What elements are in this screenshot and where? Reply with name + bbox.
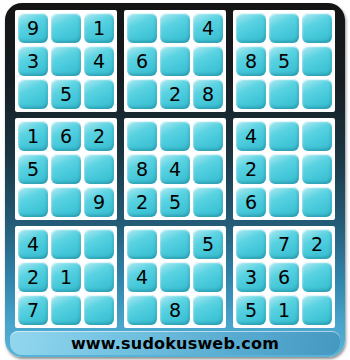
cell-r9c5[interactable]: 8 — [160, 295, 190, 325]
box-1-1: 91345 — [15, 10, 117, 112]
cell-r9c9[interactable] — [302, 295, 332, 325]
cell-r2c7[interactable]: 8 — [236, 46, 266, 76]
cell-r4c8[interactable] — [269, 121, 299, 151]
cell-r1c9[interactable] — [302, 13, 332, 43]
cell-r5c8[interactable] — [269, 154, 299, 184]
cell-r8c6[interactable] — [193, 262, 223, 292]
sudoku-board: 913454628851625984254264217548723651 — [5, 3, 345, 328]
cell-r5c1[interactable]: 5 — [18, 154, 48, 184]
cell-r5c7[interactable]: 2 — [236, 154, 266, 184]
cell-r5c3[interactable] — [84, 154, 114, 184]
cell-r8c7[interactable]: 3 — [236, 262, 266, 292]
cell-r8c4[interactable]: 4 — [127, 262, 157, 292]
cell-r1c4[interactable] — [127, 13, 157, 43]
cell-r6c1[interactable] — [18, 187, 48, 217]
cell-r8c1[interactable]: 2 — [18, 262, 48, 292]
cell-r6c9[interactable] — [302, 187, 332, 217]
cell-r1c7[interactable] — [236, 13, 266, 43]
cell-r1c6[interactable]: 4 — [193, 13, 223, 43]
box-3-1: 4217 — [15, 226, 117, 328]
cell-r6c8[interactable] — [269, 187, 299, 217]
cell-r3c7[interactable] — [236, 79, 266, 109]
box-2-1: 16259 — [15, 118, 117, 220]
cell-r7c1[interactable]: 4 — [18, 229, 48, 259]
cell-r3c9[interactable] — [302, 79, 332, 109]
cell-r2c5[interactable] — [160, 46, 190, 76]
cell-r2c1[interactable]: 3 — [18, 46, 48, 76]
cell-r7c8[interactable]: 7 — [269, 229, 299, 259]
cell-r2c6[interactable] — [193, 46, 223, 76]
box-3-3: 723651 — [233, 226, 335, 328]
cell-r7c9[interactable]: 2 — [302, 229, 332, 259]
footer-url[interactable]: www.sudokusweb.com — [71, 334, 279, 353]
cell-r4c5[interactable] — [160, 121, 190, 151]
cell-r3c2[interactable]: 5 — [51, 79, 81, 109]
box-2-2: 8425 — [124, 118, 226, 220]
cell-r1c2[interactable] — [51, 13, 81, 43]
cell-r1c5[interactable] — [160, 13, 190, 43]
cell-r1c1[interactable]: 9 — [18, 13, 48, 43]
cell-r6c3[interactable]: 9 — [84, 187, 114, 217]
cell-r9c4[interactable] — [127, 295, 157, 325]
cell-r7c5[interactable] — [160, 229, 190, 259]
cell-r9c6[interactable] — [193, 295, 223, 325]
box-1-2: 4628 — [124, 10, 226, 112]
cell-r8c8[interactable]: 6 — [269, 262, 299, 292]
page: 913454628851625984254264217548723651 www… — [0, 0, 350, 360]
cell-r8c2[interactable]: 1 — [51, 262, 81, 292]
cell-r2c3[interactable]: 4 — [84, 46, 114, 76]
cell-r9c8[interactable]: 1 — [269, 295, 299, 325]
cell-r3c5[interactable]: 2 — [160, 79, 190, 109]
cell-r1c8[interactable] — [269, 13, 299, 43]
cell-r3c6[interactable]: 8 — [193, 79, 223, 109]
cell-r6c2[interactable] — [51, 187, 81, 217]
box-3-2: 548 — [124, 226, 226, 328]
cell-r4c3[interactable]: 2 — [84, 121, 114, 151]
cell-r2c2[interactable] — [51, 46, 81, 76]
cell-r3c1[interactable] — [18, 79, 48, 109]
cell-r4c6[interactable] — [193, 121, 223, 151]
cell-r4c4[interactable] — [127, 121, 157, 151]
cell-r5c9[interactable] — [302, 154, 332, 184]
footer-band: www.sudokusweb.com — [10, 331, 340, 355]
cell-r7c6[interactable]: 5 — [193, 229, 223, 259]
cell-r9c2[interactable] — [51, 295, 81, 325]
cell-r4c2[interactable]: 6 — [51, 121, 81, 151]
box-2-3: 426 — [233, 118, 335, 220]
cell-r7c4[interactable] — [127, 229, 157, 259]
cell-r9c1[interactable]: 7 — [18, 295, 48, 325]
cell-r1c3[interactable]: 1 — [84, 13, 114, 43]
cell-r9c3[interactable] — [84, 295, 114, 325]
cell-r5c4[interactable]: 8 — [127, 154, 157, 184]
cell-r3c4[interactable] — [127, 79, 157, 109]
cell-r2c4[interactable]: 6 — [127, 46, 157, 76]
cell-r8c3[interactable] — [84, 262, 114, 292]
cell-r8c9[interactable] — [302, 262, 332, 292]
cell-r7c3[interactable] — [84, 229, 114, 259]
cell-r3c8[interactable] — [269, 79, 299, 109]
cell-r4c1[interactable]: 1 — [18, 121, 48, 151]
cell-r4c7[interactable]: 4 — [236, 121, 266, 151]
cell-r9c7[interactable]: 5 — [236, 295, 266, 325]
cell-r4c9[interactable] — [302, 121, 332, 151]
cell-r5c6[interactable] — [193, 154, 223, 184]
cell-r7c2[interactable] — [51, 229, 81, 259]
cell-r5c5[interactable]: 4 — [160, 154, 190, 184]
cell-r5c2[interactable] — [51, 154, 81, 184]
cell-r6c5[interactable]: 5 — [160, 187, 190, 217]
cell-r7c7[interactable] — [236, 229, 266, 259]
cell-r6c6[interactable] — [193, 187, 223, 217]
cell-r2c9[interactable] — [302, 46, 332, 76]
cell-r2c8[interactable]: 5 — [269, 46, 299, 76]
cell-r6c7[interactable]: 6 — [236, 187, 266, 217]
sudoku-frame: 913454628851625984254264217548723651 www… — [5, 3, 345, 357]
box-1-3: 85 — [233, 10, 335, 112]
cell-r6c4[interactable]: 2 — [127, 187, 157, 217]
cell-r3c3[interactable] — [84, 79, 114, 109]
cell-r8c5[interactable] — [160, 262, 190, 292]
